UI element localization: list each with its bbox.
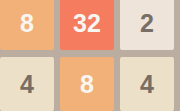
tile-r0c1: 32: [60, 0, 114, 50]
tile-value: 8: [20, 11, 34, 36]
tile-r0c0: 8: [0, 0, 54, 50]
tile-r1c2: 4: [120, 57, 174, 111]
tile-r1c1: 8: [60, 57, 114, 111]
tile-value: 2: [140, 11, 154, 36]
tile-value: 8: [80, 72, 94, 97]
tile-value: 32: [73, 11, 101, 36]
game-board-2048[interactable]: 8 32 2 4 8 4: [0, 0, 180, 111]
tile-r1c0: 4: [0, 57, 54, 111]
tile-value: 4: [20, 72, 34, 97]
tile-value: 4: [140, 72, 154, 97]
tile-r0c2: 2: [120, 0, 174, 50]
